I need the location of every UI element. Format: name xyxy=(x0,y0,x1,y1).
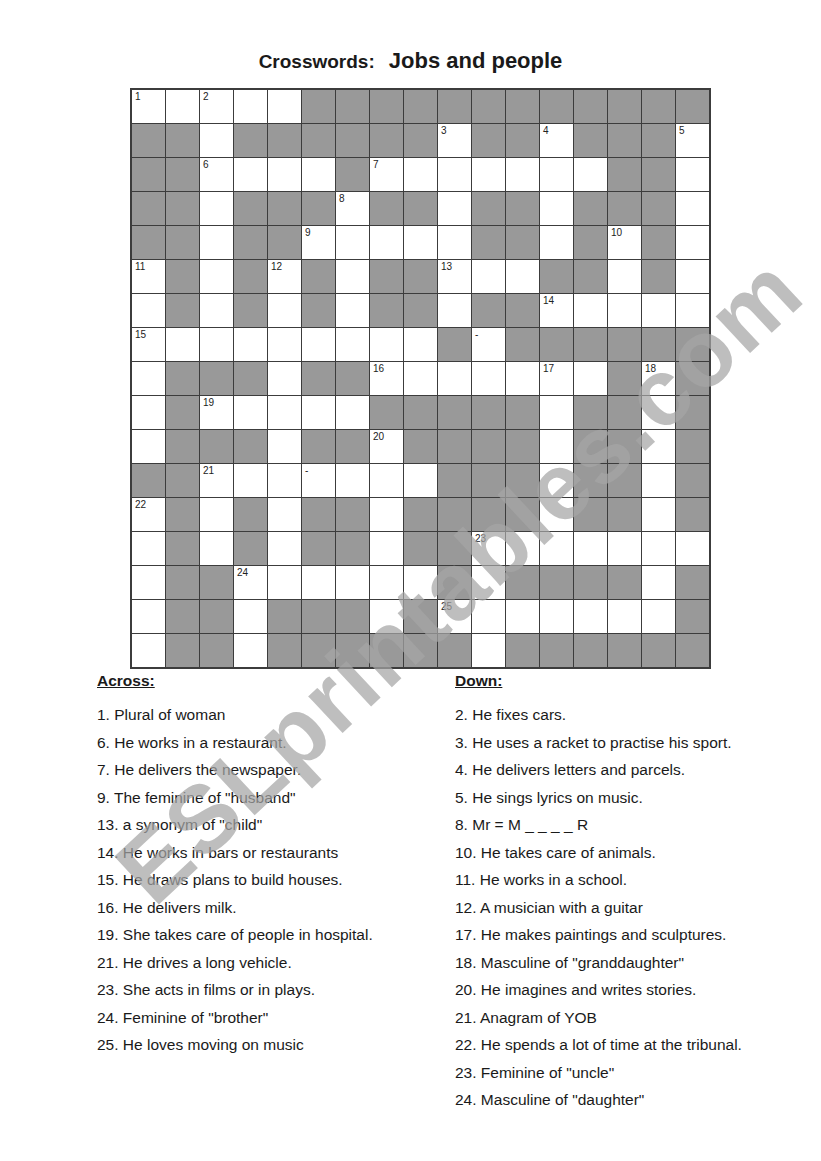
grid-cell-block xyxy=(506,124,539,157)
grid-cell[interactable] xyxy=(472,362,505,395)
grid-cell[interactable] xyxy=(404,362,437,395)
grid-cell[interactable]: 16 xyxy=(370,362,403,395)
grid-cell-block xyxy=(336,430,369,463)
grid-cell[interactable] xyxy=(506,158,539,191)
grid-cell[interactable] xyxy=(268,294,301,327)
grid-cell[interactable] xyxy=(608,294,641,327)
grid-cell[interactable] xyxy=(200,532,233,565)
grid-cell-block xyxy=(506,226,539,259)
grid-cell-block xyxy=(574,328,607,361)
grid-cell-block xyxy=(506,90,539,123)
grid-cell[interactable] xyxy=(336,464,369,497)
grid-cell-block xyxy=(574,430,607,463)
grid-cell[interactable] xyxy=(132,430,165,463)
grid-cell-block xyxy=(574,396,607,429)
grid-cell-block xyxy=(302,192,335,225)
grid-cell[interactable] xyxy=(268,328,301,361)
across-header: Across: xyxy=(97,672,427,690)
grid-cell-block xyxy=(608,430,641,463)
grid-cell[interactable] xyxy=(472,600,505,633)
grid-cell[interactable] xyxy=(574,362,607,395)
grid-cell-block xyxy=(234,532,267,565)
grid-cell-block xyxy=(608,566,641,599)
grid-cell[interactable] xyxy=(472,566,505,599)
grid-cell-block xyxy=(166,158,199,191)
clue-item: 5. He sings lyrics on music. xyxy=(455,790,785,805)
down-clue-list: 2. He fixes cars.3. He uses a racket to … xyxy=(455,707,785,1107)
grid-cell[interactable] xyxy=(642,566,675,599)
grid-cell-block xyxy=(676,430,709,463)
grid-cell[interactable] xyxy=(268,362,301,395)
cell-number: 20 xyxy=(373,431,384,442)
grid-cell-block xyxy=(574,566,607,599)
grid-cell[interactable] xyxy=(302,328,335,361)
grid-cell[interactable]: 11 xyxy=(132,260,165,293)
grid-cell[interactable] xyxy=(268,566,301,599)
grid-cell[interactable] xyxy=(540,498,573,531)
grid-cell-block xyxy=(404,90,437,123)
cell-number: 23 xyxy=(475,533,486,544)
grid-cell[interactable] xyxy=(336,396,369,429)
clue-item: 15. He draws plans to build houses. xyxy=(97,872,427,887)
grid-cell[interactable] xyxy=(268,90,301,123)
grid-cell-block xyxy=(336,362,369,395)
grid-cell[interactable] xyxy=(676,532,709,565)
grid-cell[interactable] xyxy=(200,498,233,531)
grid-cell-block xyxy=(608,192,641,225)
grid-cell[interactable] xyxy=(642,498,675,531)
cell-number: 11 xyxy=(135,261,145,272)
grid-cell-block xyxy=(234,294,267,327)
down-clues-section: Down: 2. He fixes cars.3. He uses a rack… xyxy=(455,672,785,1120)
grid-cell[interactable] xyxy=(268,464,301,497)
grid-cell[interactable] xyxy=(642,600,675,633)
cell-number: 24 xyxy=(237,567,248,578)
grid-cell-block xyxy=(574,260,607,293)
grid-cell[interactable] xyxy=(370,532,403,565)
title-main: Jobs and people xyxy=(389,48,563,73)
grid-cell-block xyxy=(506,328,539,361)
grid-cell[interactable]: 21 xyxy=(200,464,233,497)
grid-cell[interactable]: 20 xyxy=(370,430,403,463)
grid-cell-block xyxy=(132,192,165,225)
grid-cell[interactable] xyxy=(132,532,165,565)
cell-number: 7 xyxy=(373,159,379,170)
grid-cell-block xyxy=(166,396,199,429)
grid-cell[interactable] xyxy=(404,566,437,599)
grid-cell-block xyxy=(166,124,199,157)
grid-cell[interactable] xyxy=(234,464,267,497)
grid-cell[interactable]: 3 xyxy=(438,124,471,157)
grid-cell-block xyxy=(166,600,199,633)
grid-cell[interactable]: 9 xyxy=(302,226,335,259)
grid-cell-block xyxy=(642,260,675,293)
grid-cell-block xyxy=(200,430,233,463)
clue-item: 4. He delivers letters and parcels. xyxy=(455,762,785,777)
grid-cell[interactable] xyxy=(642,396,675,429)
across-clue-list: 1. Plural of woman6. He works in a resta… xyxy=(97,707,427,1052)
grid-cell[interactable] xyxy=(200,260,233,293)
cell-number: 15 xyxy=(135,329,146,340)
grid-cell[interactable]: 22 xyxy=(132,498,165,531)
grid-cell[interactable] xyxy=(404,464,437,497)
grid-cell[interactable]: 14 xyxy=(540,294,573,327)
grid-cell[interactable] xyxy=(540,158,573,191)
clue-item: 7. He delivers the newspaper. xyxy=(97,762,427,777)
grid-cell[interactable] xyxy=(438,226,471,259)
grid-cell[interactable] xyxy=(370,464,403,497)
grid-cell[interactable]: 13 xyxy=(438,260,471,293)
grid-cell[interactable] xyxy=(540,226,573,259)
grid-cell-block xyxy=(268,124,301,157)
grid-cell-block xyxy=(642,158,675,191)
grid-cell-block xyxy=(234,124,267,157)
grid-cell[interactable] xyxy=(438,362,471,395)
clue-item: 24. Feminine of "brother" xyxy=(97,1010,427,1025)
grid-cell[interactable]: 2 xyxy=(200,90,233,123)
clue-item: 13. a synonym of "child" xyxy=(97,817,427,832)
grid-cell[interactable] xyxy=(506,600,539,633)
grid-cell[interactable] xyxy=(200,226,233,259)
cell-number: - xyxy=(475,329,478,340)
grid-cell[interactable]: 18 xyxy=(642,362,675,395)
grid-cell[interactable]: 12 xyxy=(268,260,301,293)
grid-cell[interactable] xyxy=(574,294,607,327)
grid-cell-block xyxy=(676,600,709,633)
grid-cell[interactable] xyxy=(336,328,369,361)
grid-cell-block xyxy=(166,362,199,395)
grid-cell-block xyxy=(438,90,471,123)
grid-cell[interactable] xyxy=(540,532,573,565)
grid-cell[interactable] xyxy=(200,294,233,327)
grid-cell-block xyxy=(608,396,641,429)
grid-cell-block xyxy=(608,634,641,667)
grid-cell[interactable] xyxy=(200,124,233,157)
grid-cell-block xyxy=(472,430,505,463)
grid-cell[interactable] xyxy=(336,260,369,293)
grid-cell[interactable] xyxy=(676,158,709,191)
clue-item: 10. He takes care of animals. xyxy=(455,845,785,860)
grid-cell[interactable] xyxy=(676,260,709,293)
grid-cell-block xyxy=(472,294,505,327)
cell-number: 14 xyxy=(543,295,554,306)
across-clues-section: Across: 1. Plural of woman6. He works in… xyxy=(97,672,427,1065)
grid-cell-block xyxy=(608,464,641,497)
grid-cell-block xyxy=(540,634,573,667)
grid-cell[interactable] xyxy=(132,566,165,599)
grid-cell-block xyxy=(438,498,471,531)
grid-cell-block xyxy=(574,498,607,531)
grid-cell-block xyxy=(676,634,709,667)
grid-cell-block xyxy=(234,260,267,293)
grid-cell-block xyxy=(506,566,539,599)
grid-cell[interactable] xyxy=(676,192,709,225)
grid-cell-block xyxy=(166,464,199,497)
grid-cell[interactable] xyxy=(234,328,267,361)
grid-cell-block xyxy=(200,566,233,599)
grid-cell[interactable] xyxy=(506,260,539,293)
grid-cell-block xyxy=(438,430,471,463)
grid-cell-block xyxy=(642,124,675,157)
grid-cell-block xyxy=(438,634,471,667)
grid-cell[interactable] xyxy=(166,90,199,123)
grid-cell[interactable] xyxy=(336,294,369,327)
grid-cell[interactable]: 7 xyxy=(370,158,403,191)
grid-cell-block xyxy=(370,124,403,157)
clue-item: 6. He works in a restaurant. xyxy=(97,735,427,750)
grid-cell-block xyxy=(166,566,199,599)
clue-item: 14. He works in bars or restaurants xyxy=(97,845,427,860)
grid-cell-block xyxy=(268,600,301,633)
grid-cell[interactable]: 25 xyxy=(438,600,471,633)
clue-item: 23. She acts in films or in plays. xyxy=(97,982,427,997)
grid-cell[interactable]: 4 xyxy=(540,124,573,157)
grid-cell-block xyxy=(540,90,573,123)
cell-number: 18 xyxy=(645,363,656,374)
grid-cell[interactable] xyxy=(676,294,709,327)
grid-cell[interactable] xyxy=(472,260,505,293)
grid-cell-block xyxy=(438,328,471,361)
grid-cell-block xyxy=(404,294,437,327)
cell-number: - xyxy=(305,465,308,476)
grid-cell[interactable] xyxy=(608,600,641,633)
grid-cell[interactable] xyxy=(132,362,165,395)
grid-cell-block xyxy=(574,124,607,157)
grid-cell[interactable]: 17 xyxy=(540,362,573,395)
grid-cell[interactable]: 6 xyxy=(200,158,233,191)
grid-cell[interactable] xyxy=(234,634,267,667)
grid-cell[interactable] xyxy=(302,566,335,599)
grid-cell[interactable] xyxy=(200,192,233,225)
clue-item: 3. He uses a racket to practise his spor… xyxy=(455,735,785,750)
grid-cell-block xyxy=(200,362,233,395)
grid-cell-block xyxy=(404,600,437,633)
grid-cell[interactable] xyxy=(132,634,165,667)
grid-cell-block xyxy=(642,226,675,259)
grid-cell-block xyxy=(234,226,267,259)
grid-cell-block xyxy=(676,328,709,361)
grid-cell[interactable] xyxy=(472,158,505,191)
grid-cell-block xyxy=(370,634,403,667)
grid-cell-block xyxy=(166,294,199,327)
grid-cell-block xyxy=(506,396,539,429)
grid-cell-block xyxy=(166,532,199,565)
grid-cell[interactable] xyxy=(642,464,675,497)
grid-cell[interactable] xyxy=(132,396,165,429)
grid-cell[interactable] xyxy=(438,294,471,327)
grid-cell[interactable] xyxy=(234,90,267,123)
grid-cell[interactable]: 19 xyxy=(200,396,233,429)
grid-cell-block xyxy=(438,396,471,429)
grid-cell[interactable] xyxy=(268,498,301,531)
grid-cell[interactable] xyxy=(438,192,471,225)
grid-cell[interactable] xyxy=(574,158,607,191)
grid-cell[interactable]: 5 xyxy=(676,124,709,157)
grid-cell[interactable] xyxy=(404,158,437,191)
grid-cell-block xyxy=(676,566,709,599)
grid-cell-block xyxy=(472,192,505,225)
grid-cell[interactable] xyxy=(370,328,403,361)
clue-item: 11. He works in a school. xyxy=(455,872,785,887)
grid-cell-block xyxy=(608,328,641,361)
grid-cell[interactable] xyxy=(302,396,335,429)
grid-cell-block xyxy=(608,362,641,395)
grid-cell[interactable]: 15 xyxy=(132,328,165,361)
cell-number: 25 xyxy=(441,601,452,612)
grid-cell-block xyxy=(404,532,437,565)
cell-number: 6 xyxy=(203,159,209,170)
grid-cell-block xyxy=(336,158,369,191)
grid-cell[interactable] xyxy=(268,430,301,463)
grid-cell[interactable] xyxy=(642,532,675,565)
grid-cell-block xyxy=(472,464,505,497)
grid-cell-block xyxy=(506,294,539,327)
grid-cell-block xyxy=(574,90,607,123)
grid-cell[interactable] xyxy=(166,328,199,361)
grid-cell-block xyxy=(370,396,403,429)
grid-cell-block xyxy=(642,328,675,361)
grid-cell-block xyxy=(234,362,267,395)
grid-cell-block xyxy=(200,634,233,667)
grid-cell-block xyxy=(302,600,335,633)
title-prefix: Crosswords: xyxy=(259,51,375,72)
grid-cell[interactable] xyxy=(370,498,403,531)
grid-cell-block xyxy=(540,260,573,293)
grid-cell-block xyxy=(404,260,437,293)
clue-item: 12. A musician with a guitar xyxy=(455,900,785,915)
grid-cell-block xyxy=(472,498,505,531)
grid-cell-block xyxy=(404,396,437,429)
grid-cell[interactable] xyxy=(438,158,471,191)
clue-item: 1. Plural of woman xyxy=(97,707,427,722)
grid-cell[interactable] xyxy=(608,260,641,293)
grid-cell[interactable] xyxy=(370,566,403,599)
grid-cell[interactable] xyxy=(642,294,675,327)
clue-item: 16. He delivers milk. xyxy=(97,900,427,915)
grid-cell[interactable] xyxy=(268,396,301,429)
clue-item: 8. Mr = M _ _ _ _ R xyxy=(455,817,785,832)
grid-cell[interactable]: 24 xyxy=(234,566,267,599)
grid-cell-block xyxy=(404,498,437,531)
grid-cell[interactable] xyxy=(574,532,607,565)
grid-cell[interactable] xyxy=(540,600,573,633)
grid-cell[interactable] xyxy=(540,464,573,497)
grid-cell-block xyxy=(574,464,607,497)
clue-item: 22. He spends a lot of time at the tribu… xyxy=(455,1037,785,1052)
grid-cell[interactable] xyxy=(234,158,267,191)
grid-cell[interactable] xyxy=(404,328,437,361)
grid-cell-block xyxy=(676,396,709,429)
grid-cell-block xyxy=(268,226,301,259)
grid-cell-block xyxy=(506,192,539,225)
cell-number: 19 xyxy=(203,397,214,408)
grid-cell[interactable] xyxy=(540,396,573,429)
grid-cell-block xyxy=(540,328,573,361)
grid-cell-block xyxy=(166,260,199,293)
grid-cell[interactable] xyxy=(472,634,505,667)
grid-cell[interactable]: - xyxy=(302,464,335,497)
grid-cell[interactable] xyxy=(336,566,369,599)
cell-number: 22 xyxy=(135,499,146,510)
clue-item: 2. He fixes cars. xyxy=(455,707,785,722)
grid-cell-block xyxy=(302,294,335,327)
cell-number: 8 xyxy=(339,193,345,204)
page-title: Crosswords:Jobs and people xyxy=(0,48,821,74)
grid-cell-block xyxy=(370,192,403,225)
grid-cell[interactable] xyxy=(234,600,267,633)
grid-cell-block xyxy=(132,124,165,157)
grid-cell[interactable] xyxy=(234,396,267,429)
grid-cell[interactable] xyxy=(642,430,675,463)
cell-number: 10 xyxy=(611,227,622,238)
grid-cell[interactable] xyxy=(540,192,573,225)
grid-cell[interactable] xyxy=(370,600,403,633)
grid-cell[interactable] xyxy=(506,362,539,395)
clue-item: 20. He imagines and writes stories. xyxy=(455,982,785,997)
grid-cell-block xyxy=(608,498,641,531)
grid-cell-block xyxy=(166,498,199,531)
grid-cell[interactable] xyxy=(608,532,641,565)
grid-cell[interactable] xyxy=(540,430,573,463)
grid-cell-block xyxy=(302,260,335,293)
grid-cell-block xyxy=(404,430,437,463)
worksheet-page: { "game": "crossword", "title": { "prefi… xyxy=(0,0,821,1161)
grid-cell[interactable] xyxy=(132,294,165,327)
grid-cell[interactable] xyxy=(506,532,539,565)
grid-cell[interactable] xyxy=(268,158,301,191)
grid-cell-block xyxy=(676,362,709,395)
grid-cell[interactable] xyxy=(132,600,165,633)
grid-cell-block xyxy=(472,124,505,157)
grid-cell-block xyxy=(336,600,369,633)
grid-cell[interactable] xyxy=(370,226,403,259)
grid-cell-block xyxy=(676,464,709,497)
grid-cell[interactable] xyxy=(404,226,437,259)
cell-number: 9 xyxy=(305,227,311,238)
grid-cell[interactable]: 8 xyxy=(336,192,369,225)
grid-cell-block xyxy=(302,532,335,565)
grid-cell[interactable] xyxy=(574,600,607,633)
grid-cell-block xyxy=(642,634,675,667)
grid-cell[interactable]: 10 xyxy=(608,226,641,259)
grid-cell[interactable]: - xyxy=(472,328,505,361)
grid-cell-block xyxy=(438,566,471,599)
grid-cell-block xyxy=(302,90,335,123)
grid-cell-block xyxy=(302,498,335,531)
clue-item: 24. Masculine of "daughter" xyxy=(455,1092,785,1107)
grid-cell-block xyxy=(506,464,539,497)
grid-cell[interactable]: 1 xyxy=(132,90,165,123)
grid-cell[interactable] xyxy=(200,328,233,361)
cell-number: 17 xyxy=(543,363,554,374)
grid-cell-block xyxy=(676,498,709,531)
grid-cell[interactable] xyxy=(676,226,709,259)
grid-cell-block xyxy=(472,396,505,429)
grid-cell[interactable] xyxy=(268,532,301,565)
grid-cell[interactable]: 23 xyxy=(472,532,505,565)
grid-cell[interactable] xyxy=(302,158,335,191)
grid-cell-block xyxy=(166,634,199,667)
grid-cell-block xyxy=(642,90,675,123)
clue-item: 21. He drives a long vehicle. xyxy=(97,955,427,970)
grid-cell-block xyxy=(166,226,199,259)
grid-cell-block xyxy=(472,226,505,259)
grid-cell[interactable] xyxy=(336,226,369,259)
grid-cell-block xyxy=(132,464,165,497)
clue-item: 9. The feminine of "husband" xyxy=(97,790,427,805)
cell-number: 3 xyxy=(441,125,447,136)
grid-cell-block xyxy=(268,634,301,667)
